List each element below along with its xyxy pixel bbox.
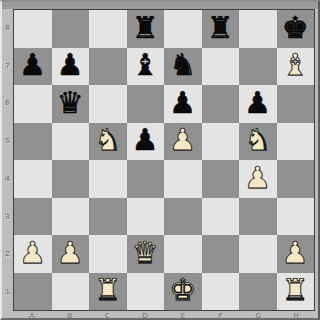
square-d7[interactable]: ♝ — [127, 48, 165, 86]
square-h8[interactable]: ♚ — [277, 10, 315, 48]
square-d2[interactable]: ♛ — [127, 235, 165, 273]
square-f4[interactable] — [202, 160, 240, 198]
black-bishop-d7[interactable]: ♝ — [132, 50, 159, 80]
square-c4[interactable] — [89, 160, 127, 198]
square-c2[interactable] — [89, 235, 127, 273]
square-b1[interactable] — [52, 273, 90, 311]
square-f2[interactable] — [202, 235, 240, 273]
square-e8[interactable] — [164, 10, 202, 48]
square-e2[interactable] — [164, 235, 202, 273]
square-a6[interactable] — [14, 85, 52, 123]
black-pawn-g6[interactable]: ♟ — [244, 88, 271, 118]
square-b7[interactable]: ♟ — [52, 48, 90, 86]
frame-top-strip — [2, 2, 318, 9]
rank-label: 1 — [2, 273, 13, 311]
board-frame: 8 7 6 5 4 3 2 1 ♜♜♚♟♟♝♞♝♛♟♟♞♟♟♞♟♟♟♛♟♜♚♜ … — [0, 0, 320, 320]
square-c7[interactable] — [89, 48, 127, 86]
square-g8[interactable] — [239, 10, 277, 48]
file-label: G — [240, 311, 278, 320]
square-b6[interactable]: ♛ — [52, 85, 90, 123]
square-a4[interactable] — [14, 160, 52, 198]
square-h2[interactable]: ♟ — [277, 235, 315, 273]
square-e6[interactable]: ♟ — [164, 85, 202, 123]
white-queen-d2[interactable]: ♛ — [132, 238, 159, 268]
rank-label: 2 — [2, 236, 13, 274]
square-d8[interactable]: ♜ — [127, 10, 165, 48]
square-g2[interactable] — [239, 235, 277, 273]
white-king-e1[interactable]: ♚ — [169, 275, 196, 305]
rank-label: 3 — [2, 198, 13, 236]
square-e1[interactable]: ♚ — [164, 273, 202, 311]
black-pawn-e6[interactable]: ♟ — [169, 88, 196, 118]
square-e7[interactable]: ♞ — [164, 48, 202, 86]
square-a2[interactable]: ♟ — [14, 235, 52, 273]
square-h3[interactable] — [277, 198, 315, 236]
square-d5[interactable]: ♟ — [127, 123, 165, 161]
square-c1[interactable]: ♜ — [89, 273, 127, 311]
square-c3[interactable] — [89, 198, 127, 236]
black-king-h8[interactable]: ♚ — [282, 13, 309, 43]
file-label: F — [202, 311, 240, 320]
square-d4[interactable] — [127, 160, 165, 198]
rank-label: 4 — [2, 160, 13, 198]
white-pawn-h2[interactable]: ♟ — [282, 238, 309, 268]
rank-label: 7 — [2, 47, 13, 85]
file-label: D — [126, 311, 164, 320]
rank-label: 5 — [2, 122, 13, 160]
square-a7[interactable]: ♟ — [14, 48, 52, 86]
square-d3[interactable] — [127, 198, 165, 236]
square-d6[interactable] — [127, 85, 165, 123]
square-a3[interactable] — [14, 198, 52, 236]
black-queen-b6[interactable]: ♛ — [57, 88, 84, 118]
white-rook-c1[interactable]: ♜ — [94, 275, 121, 305]
black-rook-f8[interactable]: ♜ — [207, 13, 234, 43]
square-g6[interactable]: ♟ — [239, 85, 277, 123]
square-c8[interactable] — [89, 10, 127, 48]
rank-labels: 8 7 6 5 4 3 2 1 — [2, 9, 13, 311]
square-g5[interactable]: ♞ — [239, 123, 277, 161]
square-g3[interactable] — [239, 198, 277, 236]
square-d1[interactable] — [127, 273, 165, 311]
file-label: E — [164, 311, 202, 320]
square-h7[interactable]: ♝ — [277, 48, 315, 86]
square-a5[interactable] — [14, 123, 52, 161]
chess-board: ♜♜♚♟♟♝♞♝♛♟♟♞♟♟♞♟♟♟♛♟♜♚♜ — [13, 9, 315, 311]
square-f6[interactable] — [202, 85, 240, 123]
square-c6[interactable] — [89, 85, 127, 123]
file-labels: A B C D E F G H — [13, 311, 315, 320]
square-h1[interactable]: ♜ — [277, 273, 315, 311]
square-g7[interactable] — [239, 48, 277, 86]
file-label: H — [277, 311, 315, 320]
white-pawn-b2[interactable]: ♟ — [57, 238, 84, 268]
black-rook-d8[interactable]: ♜ — [132, 13, 159, 43]
black-pawn-d5[interactable]: ♟ — [132, 125, 159, 155]
square-h4[interactable] — [277, 160, 315, 198]
white-knight-g5[interactable]: ♞ — [244, 125, 271, 155]
rank-label: 6 — [2, 85, 13, 123]
square-f3[interactable] — [202, 198, 240, 236]
square-c5[interactable]: ♞ — [89, 123, 127, 161]
rank-label: 8 — [2, 9, 13, 47]
square-h6[interactable] — [277, 85, 315, 123]
square-f5[interactable] — [202, 123, 240, 161]
square-b4[interactable] — [52, 160, 90, 198]
square-f1[interactable] — [202, 273, 240, 311]
square-g1[interactable] — [239, 273, 277, 311]
square-b8[interactable] — [52, 10, 90, 48]
square-e5[interactable]: ♟ — [164, 123, 202, 161]
square-f8[interactable]: ♜ — [202, 10, 240, 48]
square-f7[interactable] — [202, 48, 240, 86]
square-b5[interactable] — [52, 123, 90, 161]
square-b3[interactable] — [52, 198, 90, 236]
white-pawn-e5[interactable]: ♟ — [169, 125, 196, 155]
white-bishop-h7[interactable]: ♝ — [282, 50, 309, 80]
black-knight-e7[interactable]: ♞ — [169, 50, 196, 80]
file-label: A — [13, 311, 51, 320]
square-a8[interactable] — [14, 10, 52, 48]
white-pawn-a2[interactable]: ♟ — [19, 238, 46, 268]
square-h5[interactable] — [277, 123, 315, 161]
square-e3[interactable] — [164, 198, 202, 236]
white-pawn-g4[interactable]: ♟ — [244, 163, 271, 193]
square-e4[interactable] — [164, 160, 202, 198]
black-pawn-b7[interactable]: ♟ — [57, 50, 84, 80]
white-knight-c5[interactable]: ♞ — [94, 125, 121, 155]
square-a1[interactable] — [14, 273, 52, 311]
file-label: C — [89, 311, 127, 320]
black-pawn-a7[interactable]: ♟ — [19, 50, 46, 80]
file-label: B — [51, 311, 89, 320]
square-g4[interactable]: ♟ — [239, 160, 277, 198]
white-rook-h1[interactable]: ♜ — [282, 275, 309, 305]
square-b2[interactable]: ♟ — [52, 235, 90, 273]
